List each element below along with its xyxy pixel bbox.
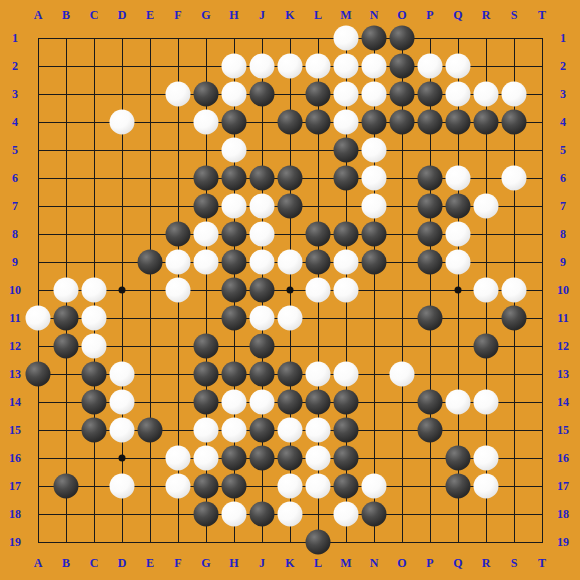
white-stone bbox=[446, 390, 471, 415]
white-stone bbox=[166, 446, 191, 471]
white-stone bbox=[250, 222, 275, 247]
column-label-top: S bbox=[511, 9, 518, 21]
white-stone bbox=[82, 334, 107, 359]
black-stone bbox=[306, 390, 331, 415]
black-stone bbox=[250, 446, 275, 471]
white-stone bbox=[502, 278, 527, 303]
white-stone bbox=[250, 194, 275, 219]
white-stone bbox=[502, 166, 527, 191]
white-stone bbox=[446, 82, 471, 107]
row-label-right: 16 bbox=[557, 452, 569, 464]
white-stone bbox=[334, 362, 359, 387]
black-stone bbox=[362, 26, 387, 51]
column-label-bottom: F bbox=[174, 557, 181, 569]
star-point bbox=[119, 287, 126, 294]
column-label-bottom: G bbox=[201, 557, 210, 569]
white-stone bbox=[474, 82, 499, 107]
black-stone bbox=[222, 446, 247, 471]
black-stone bbox=[138, 250, 163, 275]
black-stone bbox=[222, 278, 247, 303]
black-stone bbox=[334, 474, 359, 499]
black-stone bbox=[362, 222, 387, 247]
column-label-top: G bbox=[201, 9, 210, 21]
black-stone bbox=[446, 474, 471, 499]
go-board[interactable]: AABBCCDDEEFFGGHHJJKKLLMMNNOOPPQQRRSSTT11… bbox=[0, 0, 580, 580]
white-stone bbox=[446, 54, 471, 79]
white-stone bbox=[334, 26, 359, 51]
white-stone bbox=[250, 390, 275, 415]
row-label-left: 16 bbox=[9, 452, 21, 464]
white-stone bbox=[362, 166, 387, 191]
black-stone bbox=[446, 194, 471, 219]
row-label-right: 7 bbox=[560, 200, 566, 212]
row-label-right: 4 bbox=[560, 116, 566, 128]
white-stone bbox=[82, 278, 107, 303]
column-label-bottom: L bbox=[314, 557, 322, 569]
column-label-top: L bbox=[314, 9, 322, 21]
black-stone bbox=[250, 334, 275, 359]
black-stone bbox=[334, 138, 359, 163]
row-label-left: 7 bbox=[12, 200, 18, 212]
black-stone bbox=[334, 446, 359, 471]
white-stone bbox=[194, 418, 219, 443]
row-label-right: 15 bbox=[557, 424, 569, 436]
white-stone bbox=[166, 278, 191, 303]
black-stone bbox=[418, 194, 443, 219]
column-label-bottom: S bbox=[511, 557, 518, 569]
black-stone bbox=[418, 390, 443, 415]
row-label-right: 2 bbox=[560, 60, 566, 72]
row-label-right: 17 bbox=[557, 480, 569, 492]
black-stone bbox=[194, 194, 219, 219]
column-label-top: A bbox=[34, 9, 43, 21]
column-label-top: N bbox=[370, 9, 379, 21]
row-label-right: 10 bbox=[557, 284, 569, 296]
row-label-right: 3 bbox=[560, 88, 566, 100]
black-stone bbox=[418, 250, 443, 275]
row-label-left: 5 bbox=[12, 144, 18, 156]
column-label-bottom: Q bbox=[453, 557, 462, 569]
grid-line-vertical bbox=[542, 38, 543, 543]
row-label-left: 6 bbox=[12, 172, 18, 184]
column-label-bottom: J bbox=[259, 557, 265, 569]
row-label-left: 2 bbox=[12, 60, 18, 72]
row-label-right: 1 bbox=[560, 32, 566, 44]
row-label-right: 13 bbox=[557, 368, 569, 380]
black-stone bbox=[194, 502, 219, 527]
black-stone bbox=[418, 306, 443, 331]
white-stone bbox=[502, 82, 527, 107]
row-label-right: 18 bbox=[557, 508, 569, 520]
column-label-bottom: N bbox=[370, 557, 379, 569]
white-stone bbox=[362, 82, 387, 107]
white-stone bbox=[278, 54, 303, 79]
white-stone bbox=[222, 82, 247, 107]
row-label-right: 14 bbox=[557, 396, 569, 408]
white-stone bbox=[166, 474, 191, 499]
black-stone bbox=[278, 110, 303, 135]
black-stone bbox=[502, 110, 527, 135]
white-stone bbox=[222, 418, 247, 443]
black-stone bbox=[390, 110, 415, 135]
white-stone bbox=[82, 306, 107, 331]
column-label-bottom: C bbox=[90, 557, 99, 569]
column-label-bottom: T bbox=[538, 557, 546, 569]
column-label-bottom: R bbox=[482, 557, 491, 569]
black-stone bbox=[446, 446, 471, 471]
white-stone bbox=[474, 446, 499, 471]
black-stone bbox=[222, 222, 247, 247]
white-stone bbox=[166, 82, 191, 107]
white-stone bbox=[334, 250, 359, 275]
black-stone bbox=[334, 390, 359, 415]
white-stone bbox=[110, 418, 135, 443]
column-label-top: M bbox=[340, 9, 351, 21]
black-stone bbox=[82, 390, 107, 415]
row-label-left: 3 bbox=[12, 88, 18, 100]
black-stone bbox=[194, 82, 219, 107]
black-stone bbox=[474, 110, 499, 135]
white-stone bbox=[110, 362, 135, 387]
white-stone bbox=[334, 54, 359, 79]
column-label-bottom: P bbox=[426, 557, 433, 569]
white-stone bbox=[334, 110, 359, 135]
column-label-bottom: B bbox=[62, 557, 70, 569]
column-label-bottom: D bbox=[118, 557, 127, 569]
black-stone bbox=[222, 474, 247, 499]
black-stone bbox=[250, 502, 275, 527]
white-stone bbox=[110, 390, 135, 415]
white-stone bbox=[278, 306, 303, 331]
white-stone bbox=[446, 166, 471, 191]
black-stone bbox=[222, 166, 247, 191]
row-label-left: 8 bbox=[12, 228, 18, 240]
black-stone bbox=[222, 362, 247, 387]
white-stone bbox=[306, 446, 331, 471]
white-stone bbox=[362, 138, 387, 163]
black-stone bbox=[54, 306, 79, 331]
row-label-right: 11 bbox=[557, 312, 568, 324]
white-stone bbox=[306, 362, 331, 387]
row-label-left: 11 bbox=[9, 312, 20, 324]
black-stone bbox=[222, 306, 247, 331]
black-stone bbox=[446, 110, 471, 135]
column-label-top: D bbox=[118, 9, 127, 21]
row-label-right: 19 bbox=[557, 536, 569, 548]
grid-line-horizontal bbox=[38, 346, 543, 347]
row-label-right: 5 bbox=[560, 144, 566, 156]
black-stone bbox=[418, 82, 443, 107]
black-stone bbox=[54, 474, 79, 499]
black-stone bbox=[418, 110, 443, 135]
column-label-top: R bbox=[482, 9, 491, 21]
black-stone bbox=[306, 222, 331, 247]
row-label-left: 18 bbox=[9, 508, 21, 520]
black-stone bbox=[250, 418, 275, 443]
star-point bbox=[455, 287, 462, 294]
black-stone bbox=[194, 166, 219, 191]
black-stone bbox=[390, 26, 415, 51]
white-stone bbox=[194, 110, 219, 135]
black-stone bbox=[390, 82, 415, 107]
column-label-top: B bbox=[62, 9, 70, 21]
white-stone bbox=[278, 474, 303, 499]
column-label-top: E bbox=[146, 9, 154, 21]
column-label-bottom: A bbox=[34, 557, 43, 569]
black-stone bbox=[474, 334, 499, 359]
white-stone bbox=[110, 474, 135, 499]
column-label-bottom: E bbox=[146, 557, 154, 569]
white-stone bbox=[362, 54, 387, 79]
column-label-top: O bbox=[397, 9, 406, 21]
white-stone bbox=[222, 54, 247, 79]
black-stone bbox=[278, 166, 303, 191]
grid-line-horizontal bbox=[38, 542, 543, 543]
black-stone bbox=[362, 502, 387, 527]
white-stone bbox=[278, 502, 303, 527]
white-stone bbox=[334, 278, 359, 303]
black-stone bbox=[250, 278, 275, 303]
black-stone bbox=[194, 334, 219, 359]
black-stone bbox=[278, 446, 303, 471]
black-stone bbox=[250, 82, 275, 107]
row-label-left: 9 bbox=[12, 256, 18, 268]
black-stone bbox=[418, 222, 443, 247]
column-label-bottom: K bbox=[285, 557, 294, 569]
white-stone bbox=[222, 138, 247, 163]
row-label-right: 8 bbox=[560, 228, 566, 240]
white-stone bbox=[306, 54, 331, 79]
row-label-left: 15 bbox=[9, 424, 21, 436]
row-label-left: 19 bbox=[9, 536, 21, 548]
black-stone bbox=[250, 166, 275, 191]
white-stone bbox=[110, 110, 135, 135]
white-stone bbox=[362, 474, 387, 499]
white-stone bbox=[474, 474, 499, 499]
row-label-left: 4 bbox=[12, 116, 18, 128]
white-stone bbox=[418, 54, 443, 79]
column-label-top: J bbox=[259, 9, 265, 21]
row-label-left: 12 bbox=[9, 340, 21, 352]
column-label-bottom: M bbox=[340, 557, 351, 569]
black-stone bbox=[194, 390, 219, 415]
row-label-left: 14 bbox=[9, 396, 21, 408]
white-stone bbox=[194, 446, 219, 471]
black-stone bbox=[54, 334, 79, 359]
black-stone bbox=[278, 390, 303, 415]
black-stone bbox=[334, 418, 359, 443]
column-label-top: P bbox=[426, 9, 433, 21]
white-stone bbox=[306, 278, 331, 303]
column-label-bottom: H bbox=[229, 557, 238, 569]
black-stone bbox=[362, 250, 387, 275]
white-stone bbox=[222, 502, 247, 527]
white-stone bbox=[26, 306, 51, 331]
black-stone bbox=[194, 362, 219, 387]
white-stone bbox=[390, 362, 415, 387]
black-stone bbox=[306, 82, 331, 107]
white-stone bbox=[306, 418, 331, 443]
white-stone bbox=[306, 474, 331, 499]
white-stone bbox=[166, 250, 191, 275]
white-stone bbox=[446, 250, 471, 275]
white-stone bbox=[334, 82, 359, 107]
black-stone bbox=[250, 362, 275, 387]
star-point bbox=[119, 455, 126, 462]
black-stone bbox=[194, 474, 219, 499]
black-stone bbox=[82, 418, 107, 443]
column-label-top: H bbox=[229, 9, 238, 21]
row-label-right: 9 bbox=[560, 256, 566, 268]
black-stone bbox=[418, 166, 443, 191]
row-label-left: 10 bbox=[9, 284, 21, 296]
black-stone bbox=[306, 530, 331, 555]
black-stone bbox=[306, 110, 331, 135]
row-label-left: 17 bbox=[9, 480, 21, 492]
column-label-top: Q bbox=[453, 9, 462, 21]
white-stone bbox=[278, 250, 303, 275]
white-stone bbox=[474, 194, 499, 219]
white-stone bbox=[362, 194, 387, 219]
column-label-top: C bbox=[90, 9, 99, 21]
column-label-bottom: O bbox=[397, 557, 406, 569]
white-stone bbox=[54, 278, 79, 303]
column-label-top: K bbox=[285, 9, 294, 21]
white-stone bbox=[446, 222, 471, 247]
white-stone bbox=[222, 390, 247, 415]
black-stone bbox=[362, 110, 387, 135]
black-stone bbox=[138, 418, 163, 443]
row-label-right: 6 bbox=[560, 172, 566, 184]
column-label-top: T bbox=[538, 9, 546, 21]
white-stone bbox=[250, 306, 275, 331]
black-stone bbox=[82, 362, 107, 387]
black-stone bbox=[278, 362, 303, 387]
white-stone bbox=[278, 418, 303, 443]
white-stone bbox=[194, 222, 219, 247]
row-label-right: 12 bbox=[557, 340, 569, 352]
column-label-top: F bbox=[174, 9, 181, 21]
white-stone bbox=[250, 54, 275, 79]
black-stone bbox=[166, 222, 191, 247]
black-stone bbox=[334, 166, 359, 191]
star-point bbox=[287, 287, 294, 294]
white-stone bbox=[222, 194, 247, 219]
black-stone bbox=[306, 250, 331, 275]
row-label-left: 1 bbox=[12, 32, 18, 44]
white-stone bbox=[250, 250, 275, 275]
black-stone bbox=[390, 54, 415, 79]
white-stone bbox=[474, 390, 499, 415]
black-stone bbox=[502, 306, 527, 331]
black-stone bbox=[334, 222, 359, 247]
white-stone bbox=[334, 502, 359, 527]
black-stone bbox=[222, 250, 247, 275]
white-stone bbox=[194, 250, 219, 275]
white-stone bbox=[474, 278, 499, 303]
black-stone bbox=[278, 194, 303, 219]
black-stone bbox=[418, 418, 443, 443]
black-stone bbox=[222, 110, 247, 135]
row-label-left: 13 bbox=[9, 368, 21, 380]
black-stone bbox=[26, 362, 51, 387]
